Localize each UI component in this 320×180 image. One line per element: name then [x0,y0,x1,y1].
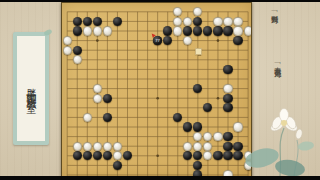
black-stone [73,26,82,35]
banner-paper: 胖子聊围棋教室 [17,36,45,141]
white-stone [244,26,253,35]
black-stone [203,26,212,35]
black-stone [213,151,222,160]
black-stone [223,151,232,160]
white-stone [83,26,92,35]
white-stone [93,84,102,93]
white-stone [83,113,92,122]
black-stone [163,26,172,35]
black-stone [223,142,232,151]
white-stone [103,142,112,151]
white-stone [223,17,232,26]
go-board[interactable]: 77 [61,2,252,178]
black-stone [183,26,192,35]
white-stone [213,132,222,141]
leaf-decoration [43,29,52,37]
black-stone [73,46,82,55]
black-stone [183,122,192,131]
black-stone [113,161,122,170]
black-stone [213,26,222,35]
black-stone [73,17,82,26]
black-stone [103,94,112,103]
black-stone [223,26,232,35]
white-stone [93,142,102,151]
black-stone [223,103,232,112]
white-stone [63,36,72,45]
square-point-marker [195,48,202,55]
black-stone [223,65,232,74]
calligraphy-banner: 胖子聊围棋教室 [13,32,49,145]
white-stone [233,17,242,26]
letterbox-bar-top [0,0,320,2]
black-stone [93,17,102,26]
banner-title: 胖子聊围棋教室 [26,80,36,98]
white-stone [103,26,112,35]
annotation-platform: 「野狐对局」 [270,8,277,60]
lotus-illustration [242,102,320,176]
white-stone [93,26,102,35]
white-stone [113,142,122,151]
white-stone [83,142,92,151]
black-stone [193,122,202,131]
white-stone [233,26,242,35]
white-stone [173,26,182,35]
white-stone [63,46,72,55]
black-stone [223,132,232,141]
last-move-number: 77 [155,37,161,43]
white-stone [223,84,232,93]
black-stone [193,26,202,35]
black-stone [223,94,232,103]
white-stone [213,17,222,26]
white-stone [93,94,102,103]
black-stone [83,17,92,26]
black-stone [233,36,242,45]
white-stone [73,142,82,151]
letterbox-bar-bottom [0,176,320,180]
black-stone [103,113,112,122]
black-stone [113,17,122,26]
